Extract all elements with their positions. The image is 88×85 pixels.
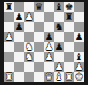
square-f1[interactable]: ♝: [54, 72, 64, 82]
square-d1[interactable]: [34, 72, 44, 82]
square-h6[interactable]: [74, 22, 84, 32]
white-pawn-piece: ♟: [75, 62, 84, 72]
square-b4[interactable]: [14, 42, 24, 52]
square-g3[interactable]: [64, 52, 74, 62]
square-c7[interactable]: ♟: [24, 12, 34, 22]
black-pawn-piece: ♟: [55, 42, 64, 52]
square-a1[interactable]: ♜: [4, 72, 14, 82]
square-h5[interactable]: ♟: [74, 32, 84, 42]
square-a3[interactable]: [4, 52, 14, 62]
square-e4[interactable]: ♟: [44, 42, 54, 52]
white-rook-piece: ♜: [65, 72, 74, 82]
square-d8[interactable]: ♛: [34, 2, 44, 12]
square-f5[interactable]: [54, 32, 64, 42]
black-bishop-piece: ♝: [75, 52, 84, 62]
square-a7[interactable]: [4, 12, 14, 22]
square-d7[interactable]: [34, 12, 44, 22]
square-e7[interactable]: [44, 12, 54, 22]
square-b1[interactable]: [14, 72, 24, 82]
white-king-piece: ♚: [75, 72, 84, 82]
square-e1[interactable]: ♛: [44, 72, 54, 82]
board-frame: ♜♛♝♚♟♟♜♟♞♟♟♟♞♟♟♞♟♝♟♟♜♛♝♜♚: [0, 0, 88, 85]
square-d2[interactable]: [34, 62, 44, 72]
square-d3[interactable]: [34, 52, 44, 62]
white-queen-piece: ♛: [45, 72, 54, 82]
black-pawn-piece: ♟: [75, 32, 84, 42]
square-f7[interactable]: [54, 12, 64, 22]
square-d5[interactable]: [34, 32, 44, 42]
square-g8[interactable]: ♚: [64, 2, 74, 12]
square-h7[interactable]: [74, 12, 84, 22]
square-b3[interactable]: [14, 52, 24, 62]
square-h3[interactable]: ♝: [74, 52, 84, 62]
white-pawn-piece: ♟: [45, 42, 54, 52]
square-a6[interactable]: [4, 22, 14, 32]
square-c4[interactable]: ♞: [24, 42, 34, 52]
square-a8[interactable]: ♜: [4, 2, 14, 12]
black-queen-piece: ♛: [35, 2, 44, 12]
square-b8[interactable]: [14, 2, 24, 12]
square-f6[interactable]: ♞: [54, 22, 64, 32]
square-f2[interactable]: ♟: [54, 62, 64, 72]
square-g6[interactable]: [64, 22, 74, 32]
square-h8[interactable]: [74, 2, 84, 12]
square-h2[interactable]: ♟: [74, 62, 84, 72]
square-f3[interactable]: [54, 52, 64, 62]
white-bishop-piece: ♝: [55, 72, 64, 82]
square-a2[interactable]: [4, 62, 14, 72]
black-bishop-piece: ♝: [55, 2, 64, 12]
black-rook-piece: ♜: [65, 12, 74, 22]
square-c3[interactable]: ♞: [24, 52, 34, 62]
square-d4[interactable]: [34, 42, 44, 52]
square-h1[interactable]: ♚: [74, 72, 84, 82]
square-a5[interactable]: ♟: [4, 32, 14, 42]
square-d6[interactable]: [34, 22, 44, 32]
square-e6[interactable]: [44, 22, 54, 32]
square-e2[interactable]: [44, 62, 54, 72]
black-king-piece: ♚: [65, 2, 74, 12]
black-pawn-piece: ♟: [15, 22, 24, 32]
black-pawn-piece: ♟: [15, 12, 24, 22]
square-e8[interactable]: [44, 2, 54, 12]
black-pawn-piece: ♟: [45, 32, 54, 42]
square-g1[interactable]: ♜: [64, 72, 74, 82]
white-pawn-piece: ♟: [55, 62, 64, 72]
white-knight-piece: ♞: [25, 52, 34, 62]
square-b2[interactable]: [14, 62, 24, 72]
square-g7[interactable]: ♜: [64, 12, 74, 22]
square-f8[interactable]: ♝: [54, 2, 64, 12]
black-knight-piece: ♞: [55, 22, 64, 32]
square-h4[interactable]: [74, 42, 84, 52]
black-rook-piece: ♜: [5, 2, 14, 12]
square-e5[interactable]: ♟: [44, 32, 54, 42]
square-g4[interactable]: [64, 42, 74, 52]
white-knight-piece: ♞: [25, 42, 34, 52]
square-c6[interactable]: [24, 22, 34, 32]
square-c2[interactable]: [24, 62, 34, 72]
square-c5[interactable]: [24, 32, 34, 42]
square-b7[interactable]: ♟: [14, 12, 24, 22]
white-rook-piece: ♜: [5, 72, 14, 82]
square-c1[interactable]: [24, 72, 34, 82]
white-pawn-piece: ♟: [5, 32, 14, 42]
chess-board: ♜♛♝♚♟♟♜♟♞♟♟♟♞♟♟♞♟♝♟♟♜♛♝♜♚: [4, 2, 84, 82]
square-a4[interactable]: [4, 42, 14, 52]
square-c8[interactable]: [24, 2, 34, 12]
square-f4[interactable]: ♟: [54, 42, 64, 52]
square-b6[interactable]: ♟: [14, 22, 24, 32]
square-b5[interactable]: [14, 32, 24, 42]
square-g5[interactable]: [64, 32, 74, 42]
white-pawn-piece: ♟: [25, 12, 34, 22]
square-g2[interactable]: [64, 62, 74, 72]
square-e3[interactable]: ♟: [44, 52, 54, 62]
white-pawn-piece: ♟: [45, 52, 54, 62]
